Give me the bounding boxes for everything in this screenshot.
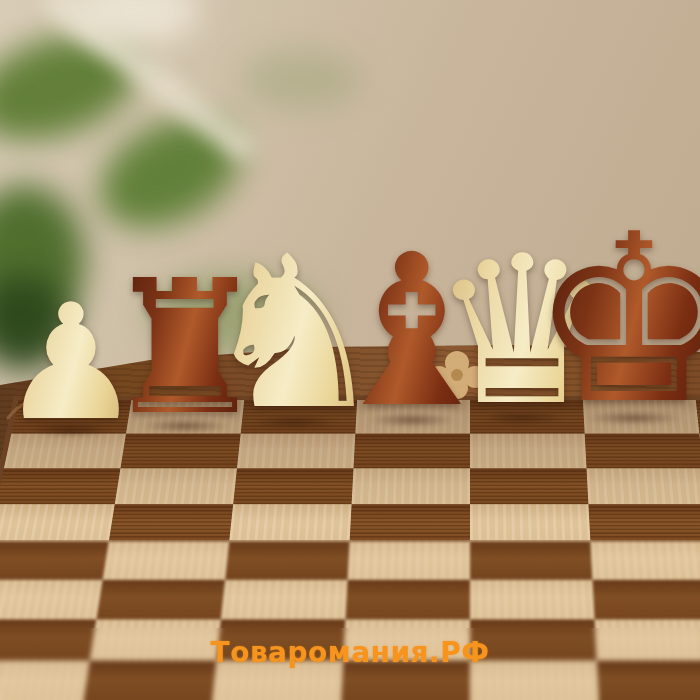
square-b3 <box>96 580 225 620</box>
square-b5 <box>109 504 233 541</box>
square-d5 <box>350 504 470 541</box>
square-f6 <box>587 468 700 504</box>
square-b6 <box>115 468 237 504</box>
square-e5 <box>470 504 590 541</box>
watermark-text: Товаромания.РФ <box>0 636 700 669</box>
square-f5 <box>588 504 700 541</box>
square-a6 <box>0 468 120 504</box>
square-a4 <box>0 541 109 579</box>
square-e3 <box>470 580 595 620</box>
square-c6 <box>233 468 353 504</box>
foliage-blur <box>240 50 360 110</box>
photo-canvas: ♟♜♞♝♛♚ Товаромания.РФ <box>0 0 700 700</box>
square-c5 <box>229 504 351 541</box>
piece-dark-king: ♚ <box>530 204 700 436</box>
square-f3 <box>592 580 700 620</box>
square-d3 <box>345 580 470 620</box>
square-d6 <box>352 468 470 504</box>
square-f4 <box>590 541 700 579</box>
square-c4 <box>225 541 349 579</box>
square-a3 <box>0 580 103 620</box>
square-a5 <box>0 504 115 541</box>
square-e6 <box>470 468 588 504</box>
square-d4 <box>348 541 470 579</box>
square-c3 <box>221 580 348 620</box>
square-b4 <box>103 541 230 579</box>
square-e4 <box>470 541 592 579</box>
